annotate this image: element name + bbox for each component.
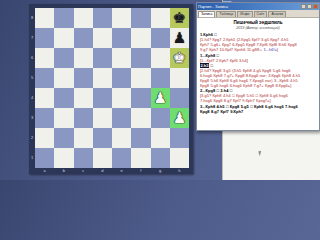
- square-c8[interactable]: [74, 8, 93, 28]
- square-g2[interactable]: [151, 128, 170, 148]
- file-label-c: c: [74, 168, 93, 174]
- white-pawn[interactable]: ♟: [151, 88, 170, 108]
- square-g1[interactable]: [151, 148, 170, 168]
- square-d1[interactable]: [93, 148, 112, 168]
- tab-4[interactable]: Счёт: [254, 11, 268, 17]
- square-h6[interactable]: ♚: [170, 48, 189, 68]
- square-c5[interactable]: [74, 68, 93, 88]
- square-a1[interactable]: [35, 148, 54, 168]
- square-g6[interactable]: [151, 48, 170, 68]
- black-king[interactable]: ♚: [170, 8, 189, 28]
- square-h7[interactable]: ♟: [170, 28, 189, 48]
- white-pawn[interactable]: ♟: [170, 108, 189, 128]
- square-e7[interactable]: [112, 28, 131, 48]
- square-a5[interactable]: [35, 68, 54, 88]
- notation-content: Пешечный эндшпиль 2019 (Автор аннотаций)…: [197, 18, 319, 130]
- square-a7[interactable]: [35, 28, 54, 48]
- file-label-e: e: [112, 168, 131, 174]
- square-c6[interactable]: [74, 48, 93, 68]
- square-h4[interactable]: [170, 88, 189, 108]
- square-d4[interactable]: [93, 88, 112, 108]
- tab-1[interactable]: Запись: [198, 11, 215, 17]
- square-e4[interactable]: [112, 88, 131, 108]
- square-a2[interactable]: [35, 128, 54, 148]
- game-subtitle: 2019 (Автор аннотаций): [200, 26, 316, 31]
- window-title: Партия - Запись: [198, 3, 301, 10]
- square-e3[interactable]: [112, 108, 131, 128]
- square-b2[interactable]: [54, 128, 73, 148]
- square-e5[interactable]: [112, 68, 131, 88]
- square-b7[interactable]: [54, 28, 73, 48]
- square-a6[interactable]: [35, 48, 54, 68]
- square-d5[interactable]: [93, 68, 112, 88]
- notation-tabs: ЗаписьТаблицаИнфоСчётАнализ: [197, 10, 319, 18]
- square-b5[interactable]: [54, 68, 73, 88]
- square-f2[interactable]: [131, 128, 150, 148]
- square-g4[interactable]: ♟: [151, 88, 170, 108]
- notation-window: Партия - Запись ЗаписьТаблицаИнфоСчётАна…: [196, 2, 320, 131]
- square-a3[interactable]: [35, 108, 54, 128]
- file-label-a: a: [35, 168, 54, 174]
- square-a8[interactable]: [35, 8, 54, 28]
- square-g5[interactable]: [151, 68, 170, 88]
- square-b1[interactable]: [54, 148, 73, 168]
- square-h8[interactable]: ♚: [170, 8, 189, 28]
- square-b6[interactable]: [54, 48, 73, 68]
- minimize-button[interactable]: [301, 4, 306, 9]
- square-g8[interactable]: [151, 8, 170, 28]
- square-f8[interactable]: [131, 8, 150, 28]
- square-h1[interactable]: [170, 148, 189, 168]
- square-b8[interactable]: [54, 8, 73, 28]
- square-d7[interactable]: [93, 28, 112, 48]
- square-h2[interactable]: [170, 128, 189, 148]
- close-button[interactable]: [313, 4, 318, 9]
- square-b4[interactable]: [54, 88, 73, 108]
- square-a4[interactable]: [35, 88, 54, 108]
- black-pawn[interactable]: ♟: [170, 28, 189, 48]
- square-f5[interactable]: [131, 68, 150, 88]
- square-e1[interactable]: [112, 148, 131, 168]
- window-buttons: [301, 4, 318, 9]
- tab-5[interactable]: Анализ: [268, 11, 286, 17]
- square-e2[interactable]: [112, 128, 131, 148]
- square-f3[interactable]: [131, 108, 150, 128]
- square-e8[interactable]: [112, 8, 131, 28]
- file-label-h: h: [170, 168, 189, 174]
- square-c7[interactable]: [74, 28, 93, 48]
- file-labels: abcdefgh: [35, 168, 189, 174]
- square-b3[interactable]: [54, 108, 73, 128]
- square-f4[interactable]: [131, 88, 150, 108]
- chess-board-frame: 87654321 ♚♟♚♟♟ abcdefgh: [29, 4, 193, 174]
- move-text[interactable]: ]: [277, 47, 278, 52]
- square-h5[interactable]: [170, 68, 189, 88]
- window-titlebar[interactable]: Партия - Запись: [197, 3, 319, 10]
- tab-2[interactable]: Таблица: [216, 11, 236, 17]
- square-f1[interactable]: [131, 148, 150, 168]
- square-c1[interactable]: [74, 148, 93, 168]
- move-text[interactable]: 1...h6!=: [263, 47, 276, 52]
- square-c3[interactable]: [74, 108, 93, 128]
- square-c4[interactable]: [74, 88, 93, 108]
- square-d8[interactable]: [93, 8, 112, 28]
- file-label-d: d: [93, 168, 112, 174]
- square-f7[interactable]: [131, 28, 150, 48]
- chess-board[interactable]: ♚♟♚♟♟: [35, 8, 189, 168]
- square-g3[interactable]: [151, 108, 170, 128]
- move-text[interactable]: Крg8 8.g7 Крf7 9.Крh7: [200, 109, 243, 114]
- square-h3[interactable]: ♟: [170, 108, 189, 128]
- square-d3[interactable]: [93, 108, 112, 128]
- square-c2[interactable]: [74, 128, 93, 148]
- square-e6[interactable]: [112, 48, 131, 68]
- move-list: 1.Крh6 □[1.h4? Крg7 2.Крh5 (2.Крg5 Крf7 …: [200, 32, 316, 114]
- file-label-g: g: [151, 168, 170, 174]
- square-d2[interactable]: [93, 128, 112, 148]
- move-text[interactable]: [1...Крf7 2.Крh7 Крf6 3.h4]: [200, 58, 248, 63]
- maximize-button[interactable]: [307, 4, 312, 9]
- file-label-f: f: [131, 168, 150, 174]
- square-d6[interactable]: [93, 48, 112, 68]
- file-label-b: b: [54, 168, 73, 174]
- tab-3[interactable]: Инфо: [237, 11, 252, 17]
- white-king[interactable]: ♚: [170, 48, 189, 68]
- square-g7[interactable]: [151, 28, 170, 48]
- square-f6[interactable]: [131, 48, 150, 68]
